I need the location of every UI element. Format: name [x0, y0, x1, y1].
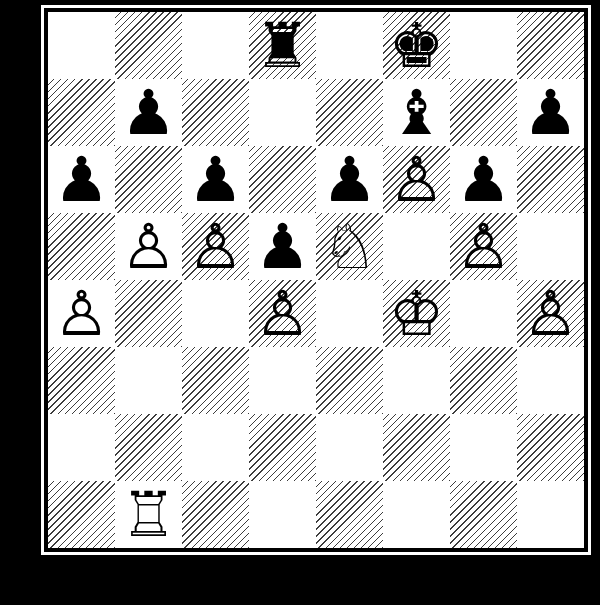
white-rook: ♖	[121, 481, 177, 548]
board-frame: ♜♚♟♝♟♟♟♟♙♟♙♙♟♘♙♙♙♔♙♖	[44, 8, 588, 552]
square-a8[interactable]	[48, 12, 115, 79]
square-b2[interactable]	[115, 414, 182, 481]
square-a5[interactable]	[48, 213, 115, 280]
square-c1[interactable]	[182, 481, 249, 548]
square-f2[interactable]	[383, 414, 450, 481]
black-bishop: ♝	[389, 79, 445, 146]
chess-board: ♜♚♟♝♟♟♟♟♙♟♙♙♟♘♙♙♙♔♙♖	[41, 5, 591, 555]
square-c2[interactable]	[182, 414, 249, 481]
square-h8[interactable]	[517, 12, 584, 79]
square-b5[interactable]: ♙	[115, 213, 182, 280]
square-d8[interactable]: ♜	[249, 12, 316, 79]
square-h1[interactable]	[517, 481, 584, 548]
black-pawn: ♟	[121, 79, 177, 146]
white-pawn: ♙	[456, 213, 512, 280]
square-c4[interactable]	[182, 280, 249, 347]
white-pawn: ♙	[523, 280, 579, 347]
board-grid: ♜♚♟♝♟♟♟♟♙♟♙♙♟♘♙♙♙♔♙♖	[48, 12, 584, 548]
white-pawn: ♙	[54, 280, 110, 347]
square-d6[interactable]	[249, 146, 316, 213]
square-f1[interactable]	[383, 481, 450, 548]
square-e2[interactable]	[316, 414, 383, 481]
black-pawn: ♟	[523, 79, 579, 146]
square-e7[interactable]	[316, 79, 383, 146]
square-d5[interactable]: ♟	[249, 213, 316, 280]
square-h2[interactable]	[517, 414, 584, 481]
square-b7[interactable]: ♟	[115, 79, 182, 146]
square-c3[interactable]	[182, 347, 249, 414]
square-d7[interactable]	[249, 79, 316, 146]
square-f6[interactable]: ♙	[383, 146, 450, 213]
white-pawn: ♙	[188, 213, 244, 280]
white-pawn: ♙	[121, 213, 177, 280]
square-e4[interactable]	[316, 280, 383, 347]
square-g8[interactable]	[450, 12, 517, 79]
square-a7[interactable]	[48, 79, 115, 146]
square-e5[interactable]: ♘	[316, 213, 383, 280]
square-b3[interactable]	[115, 347, 182, 414]
square-d2[interactable]	[249, 414, 316, 481]
square-d4[interactable]: ♙	[249, 280, 316, 347]
black-pawn: ♟	[456, 146, 512, 213]
square-g6[interactable]: ♟	[450, 146, 517, 213]
square-f5[interactable]	[383, 213, 450, 280]
black-king: ♚	[389, 12, 445, 79]
square-g4[interactable]	[450, 280, 517, 347]
square-c8[interactable]	[182, 12, 249, 79]
white-pawn: ♙	[255, 280, 311, 347]
square-e8[interactable]	[316, 12, 383, 79]
square-h7[interactable]: ♟	[517, 79, 584, 146]
square-b4[interactable]	[115, 280, 182, 347]
square-a2[interactable]	[48, 414, 115, 481]
white-knight: ♘	[322, 213, 378, 280]
square-h5[interactable]	[517, 213, 584, 280]
square-b8[interactable]	[115, 12, 182, 79]
square-f8[interactable]: ♚	[383, 12, 450, 79]
square-c7[interactable]	[182, 79, 249, 146]
square-f7[interactable]: ♝	[383, 79, 450, 146]
square-a1[interactable]	[48, 481, 115, 548]
white-pawn: ♙	[389, 146, 445, 213]
square-a4[interactable]: ♙	[48, 280, 115, 347]
square-e3[interactable]	[316, 347, 383, 414]
square-c5[interactable]: ♙	[182, 213, 249, 280]
square-g3[interactable]	[450, 347, 517, 414]
black-rook: ♜	[255, 12, 311, 79]
black-pawn: ♟	[255, 213, 311, 280]
square-h6[interactable]	[517, 146, 584, 213]
square-g1[interactable]	[450, 481, 517, 548]
square-g7[interactable]	[450, 79, 517, 146]
square-f4[interactable]: ♔	[383, 280, 450, 347]
square-h3[interactable]	[517, 347, 584, 414]
square-a3[interactable]	[48, 347, 115, 414]
square-d1[interactable]	[249, 481, 316, 548]
square-a6[interactable]: ♟	[48, 146, 115, 213]
square-g2[interactable]	[450, 414, 517, 481]
square-h4[interactable]: ♙	[517, 280, 584, 347]
black-pawn: ♟	[322, 146, 378, 213]
square-g5[interactable]: ♙	[450, 213, 517, 280]
square-e1[interactable]	[316, 481, 383, 548]
square-c6[interactable]: ♟	[182, 146, 249, 213]
black-pawn: ♟	[188, 146, 244, 213]
black-pawn: ♟	[54, 146, 110, 213]
square-b6[interactable]	[115, 146, 182, 213]
square-b1[interactable]: ♖	[115, 481, 182, 548]
square-f3[interactable]	[383, 347, 450, 414]
white-king: ♔	[389, 280, 445, 347]
square-e6[interactable]: ♟	[316, 146, 383, 213]
square-d3[interactable]	[249, 347, 316, 414]
